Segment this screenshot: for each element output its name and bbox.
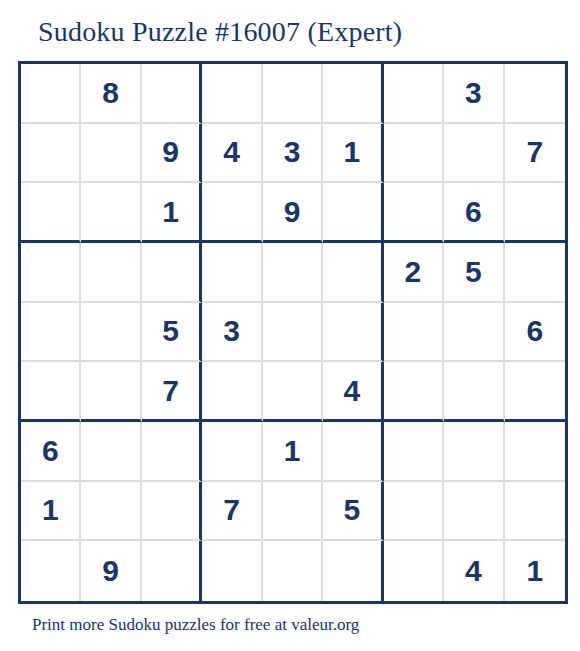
cell-r4c7: 2: [384, 243, 444, 303]
cell-r1c8: 3: [444, 64, 504, 124]
cell-r4c3: [142, 243, 202, 303]
cell-r9c6: [323, 541, 383, 601]
cell-r9c9: 1: [505, 541, 565, 601]
cell-r5c9: 6: [505, 303, 565, 363]
cell-r8c7: [384, 482, 444, 542]
cell-r7c8: [444, 422, 504, 482]
cell-r5c1: [21, 303, 81, 363]
cell-r3c5: 9: [263, 183, 323, 243]
cell-r8c6: 5: [323, 482, 383, 542]
footer-text: Print more Sudoku puzzles for free at va…: [32, 615, 359, 635]
cell-r5c6: [323, 303, 383, 363]
cell-r8c8: [444, 482, 504, 542]
cell-r4c9: [505, 243, 565, 303]
cell-r6c3: 7: [142, 362, 202, 422]
cell-r4c1: [21, 243, 81, 303]
cell-r9c2: 9: [81, 541, 141, 601]
cell-r5c2: [81, 303, 141, 363]
cell-r9c5: [263, 541, 323, 601]
cell-r7c4: [202, 422, 262, 482]
cell-r5c8: [444, 303, 504, 363]
cell-r2c7: [384, 124, 444, 184]
cell-r5c5: [263, 303, 323, 363]
cell-r7c3: [142, 422, 202, 482]
cell-r3c2: [81, 183, 141, 243]
cell-r8c5: [263, 482, 323, 542]
cell-r2c8: [444, 124, 504, 184]
cell-r9c3: [142, 541, 202, 601]
cell-r5c3: 5: [142, 303, 202, 363]
cell-r6c1: [21, 362, 81, 422]
cell-r4c2: [81, 243, 141, 303]
cell-r6c7: [384, 362, 444, 422]
cell-r5c4: 3: [202, 303, 262, 363]
cell-r8c1: 1: [21, 482, 81, 542]
cell-r4c8: 5: [444, 243, 504, 303]
cell-r9c8: 4: [444, 541, 504, 601]
cell-r4c4: [202, 243, 262, 303]
cell-r1c7: [384, 64, 444, 124]
cell-r1c5: [263, 64, 323, 124]
cell-r1c3: [142, 64, 202, 124]
cell-r5c7: [384, 303, 444, 363]
cell-r3c9: [505, 183, 565, 243]
cell-r8c3: [142, 482, 202, 542]
cell-r6c8: [444, 362, 504, 422]
cell-r6c5: [263, 362, 323, 422]
cell-r6c4: [202, 362, 262, 422]
cell-r7c2: [81, 422, 141, 482]
cell-r2c5: 3: [263, 124, 323, 184]
cell-r8c4: 7: [202, 482, 262, 542]
cell-r2c3: 9: [142, 124, 202, 184]
cell-r7c6: [323, 422, 383, 482]
sudoku-board: 8394317196255367461175941: [18, 61, 568, 604]
cell-r8c2: [81, 482, 141, 542]
cell-r3c6: [323, 183, 383, 243]
cell-r2c1: [21, 124, 81, 184]
cell-r1c1: [21, 64, 81, 124]
cell-r7c1: 6: [21, 422, 81, 482]
cell-r3c1: [21, 183, 81, 243]
cell-r1c2: 8: [81, 64, 141, 124]
page-title: Sudoku Puzzle #16007 (Expert): [38, 16, 402, 48]
cell-r4c6: [323, 243, 383, 303]
cell-r8c9: [505, 482, 565, 542]
cell-r2c2: [81, 124, 141, 184]
cell-r6c2: [81, 362, 141, 422]
cell-r2c9: 7: [505, 124, 565, 184]
cell-r6c6: 4: [323, 362, 383, 422]
cell-r7c9: [505, 422, 565, 482]
cell-r3c4: [202, 183, 262, 243]
cell-r1c4: [202, 64, 262, 124]
cell-r2c4: 4: [202, 124, 262, 184]
cell-r3c8: 6: [444, 183, 504, 243]
cell-r9c4: [202, 541, 262, 601]
cell-r3c7: [384, 183, 444, 243]
cell-r1c6: [323, 64, 383, 124]
cell-r7c7: [384, 422, 444, 482]
cell-r9c1: [21, 541, 81, 601]
cell-r4c5: [263, 243, 323, 303]
cell-r3c3: 1: [142, 183, 202, 243]
cell-r6c9: [505, 362, 565, 422]
cell-r1c9: [505, 64, 565, 124]
cell-r2c6: 1: [323, 124, 383, 184]
cell-r9c7: [384, 541, 444, 601]
cell-r7c5: 1: [263, 422, 323, 482]
